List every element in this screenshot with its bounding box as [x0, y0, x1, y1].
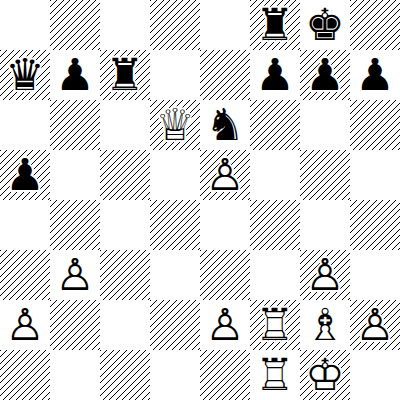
square-a7[interactable]: ♛♛ — [0, 50, 50, 100]
square-a2[interactable]: ♟♙ — [0, 300, 50, 350]
square-h4[interactable] — [350, 200, 400, 250]
piece-white-rook-icon: ♖ — [250, 300, 300, 350]
square-c2[interactable] — [100, 300, 150, 350]
square-h5[interactable] — [350, 150, 400, 200]
piece-white-queen-icon: ♕ — [150, 100, 200, 150]
piece-halo: ♜ — [250, 350, 300, 400]
square-d6[interactable]: ♛♕ — [150, 100, 200, 150]
square-b7[interactable]: ♟♟ — [50, 50, 100, 100]
square-b5[interactable] — [50, 150, 100, 200]
piece-black-pawn-icon: ♟ — [350, 50, 400, 100]
piece-black-pawn-icon: ♟ — [250, 50, 300, 100]
square-f2[interactable]: ♜♖ — [250, 300, 300, 350]
square-d7[interactable] — [150, 50, 200, 100]
square-c1[interactable] — [100, 350, 150, 400]
square-f5[interactable] — [250, 150, 300, 200]
square-e8[interactable] — [200, 0, 250, 50]
square-h2[interactable]: ♟♙ — [350, 300, 400, 350]
square-h1[interactable] — [350, 350, 400, 400]
square-b3[interactable]: ♟♙ — [50, 250, 100, 300]
piece-halo: ♟ — [300, 50, 350, 100]
piece-halo: ♟ — [350, 50, 400, 100]
square-f6[interactable] — [250, 100, 300, 150]
square-a8[interactable] — [0, 0, 50, 50]
square-a1[interactable] — [0, 350, 50, 400]
square-e5[interactable]: ♟♙ — [200, 150, 250, 200]
square-c8[interactable] — [100, 0, 150, 50]
square-e1[interactable] — [200, 350, 250, 400]
square-e7[interactable] — [200, 50, 250, 100]
square-h6[interactable] — [350, 100, 400, 150]
square-d3[interactable] — [150, 250, 200, 300]
piece-halo: ♟ — [200, 150, 250, 200]
square-f3[interactable] — [250, 250, 300, 300]
square-c6[interactable] — [100, 100, 150, 150]
square-c7[interactable]: ♜♜ — [100, 50, 150, 100]
piece-halo: ♟ — [50, 50, 100, 100]
square-d2[interactable] — [150, 300, 200, 350]
piece-white-king-icon: ♔ — [300, 350, 350, 400]
piece-white-pawn-icon: ♙ — [200, 300, 250, 350]
square-b4[interactable] — [50, 200, 100, 250]
piece-white-pawn-icon: ♙ — [200, 150, 250, 200]
square-e4[interactable] — [200, 200, 250, 250]
piece-black-rook-icon: ♜ — [250, 0, 300, 50]
piece-black-king-icon: ♚ — [300, 0, 350, 50]
square-c4[interactable] — [100, 200, 150, 250]
square-e6[interactable]: ♞♞ — [200, 100, 250, 150]
piece-white-pawn-icon: ♙ — [350, 300, 400, 350]
piece-halo: ♟ — [300, 250, 350, 300]
piece-halo: ♚ — [300, 0, 350, 50]
piece-halo: ♟ — [350, 300, 400, 350]
square-a4[interactable] — [0, 200, 50, 250]
square-h7[interactable]: ♟♟ — [350, 50, 400, 100]
square-d5[interactable] — [150, 150, 200, 200]
square-f8[interactable]: ♜♜ — [250, 0, 300, 50]
square-g7[interactable]: ♟♟ — [300, 50, 350, 100]
square-b6[interactable] — [50, 100, 100, 150]
piece-black-queen-icon: ♛ — [0, 50, 50, 100]
square-f1[interactable]: ♜♖ — [250, 350, 300, 400]
piece-white-pawn-icon: ♙ — [0, 300, 50, 350]
square-d8[interactable] — [150, 0, 200, 50]
piece-black-pawn-icon: ♟ — [50, 50, 100, 100]
square-b2[interactable] — [50, 300, 100, 350]
piece-halo: ♟ — [200, 300, 250, 350]
piece-halo: ♟ — [0, 150, 50, 200]
piece-white-pawn-icon: ♙ — [300, 250, 350, 300]
square-g2[interactable]: ♝♗ — [300, 300, 350, 350]
square-b8[interactable] — [50, 0, 100, 50]
piece-halo: ♝ — [300, 300, 350, 350]
piece-black-pawn-icon: ♟ — [300, 50, 350, 100]
piece-black-knight-icon: ♞ — [200, 100, 250, 150]
piece-white-rook-icon: ♖ — [250, 350, 300, 400]
piece-halo: ♜ — [250, 0, 300, 50]
square-g5[interactable] — [300, 150, 350, 200]
square-g3[interactable]: ♟♙ — [300, 250, 350, 300]
chess-board: ♜♜♚♚♛♛♟♟♜♜♟♟♟♟♟♟♛♕♞♞♟♟♟♙♟♙♟♙♟♙♟♙♜♖♝♗♟♙♜♖… — [0, 0, 400, 400]
square-e2[interactable]: ♟♙ — [200, 300, 250, 350]
square-d4[interactable] — [150, 200, 200, 250]
square-e3[interactable] — [200, 250, 250, 300]
piece-black-pawn-icon: ♟ — [0, 150, 50, 200]
piece-halo: ♛ — [150, 100, 200, 150]
square-h8[interactable] — [350, 0, 400, 50]
piece-white-bishop-icon: ♗ — [300, 300, 350, 350]
piece-black-rook-icon: ♜ — [100, 50, 150, 100]
square-c3[interactable] — [100, 250, 150, 300]
square-f7[interactable]: ♟♟ — [250, 50, 300, 100]
piece-halo: ♟ — [50, 250, 100, 300]
square-h3[interactable] — [350, 250, 400, 300]
piece-halo: ♜ — [250, 300, 300, 350]
piece-halo: ♛ — [0, 50, 50, 100]
piece-halo: ♞ — [200, 100, 250, 150]
piece-white-pawn-icon: ♙ — [50, 250, 100, 300]
square-g8[interactable]: ♚♚ — [300, 0, 350, 50]
square-a6[interactable] — [0, 100, 50, 150]
piece-halo: ♚ — [300, 350, 350, 400]
piece-halo: ♟ — [0, 300, 50, 350]
square-g4[interactable] — [300, 200, 350, 250]
square-a3[interactable] — [0, 250, 50, 300]
square-g6[interactable] — [300, 100, 350, 150]
piece-halo: ♜ — [100, 50, 150, 100]
square-g1[interactable]: ♚♔ — [300, 350, 350, 400]
square-d1[interactable] — [150, 350, 200, 400]
piece-halo: ♟ — [250, 50, 300, 100]
square-f4[interactable] — [250, 200, 300, 250]
square-a5[interactable]: ♟♟ — [0, 150, 50, 200]
square-b1[interactable] — [50, 350, 100, 400]
square-c5[interactable] — [100, 150, 150, 200]
